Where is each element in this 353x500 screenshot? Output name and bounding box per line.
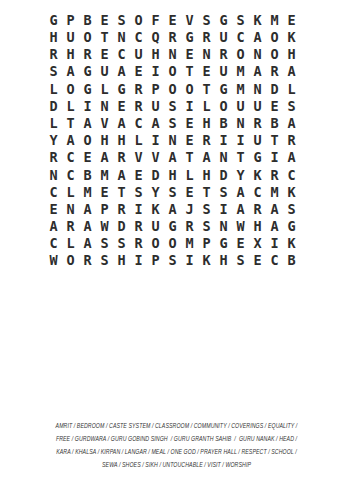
grid-cell: N	[96, 98, 113, 115]
grid-cell: O	[232, 46, 249, 63]
grid-cell: N	[198, 46, 215, 63]
grid-cell: T	[266, 132, 283, 149]
grid-cell: D	[147, 167, 164, 184]
grid-cell: H	[249, 218, 266, 235]
grid-cell: G	[215, 12, 232, 29]
grid-cell: L	[45, 81, 62, 98]
grid-cell: Y	[45, 132, 62, 149]
grid-cell: C	[45, 235, 62, 252]
grid-cell: R	[79, 46, 96, 63]
grid-cell: G	[164, 218, 181, 235]
grid-cell: T	[181, 64, 198, 81]
grid-cell: P	[96, 201, 113, 218]
grid-cell: I	[130, 201, 147, 218]
grid-cell: D	[215, 167, 232, 184]
grid-cell: S	[232, 253, 249, 270]
grid-cell: S	[164, 98, 181, 115]
grid-cell: I	[79, 98, 96, 115]
grid-cell: T	[198, 81, 215, 98]
grid-cell: J	[181, 201, 198, 218]
grid-cell: H	[113, 253, 130, 270]
grid-cell: A	[113, 115, 130, 132]
grid-cell: C	[113, 46, 130, 63]
grid-cell: E	[266, 98, 283, 115]
grid-cell: O	[164, 81, 181, 98]
grid-cell: U	[96, 64, 113, 81]
grid-cell: C	[266, 253, 283, 270]
grid-cell: Y	[232, 167, 249, 184]
grid-cell: N	[249, 81, 266, 98]
grid-cell: E	[232, 235, 249, 252]
grid-cell: I	[215, 201, 232, 218]
grid-cell: B	[215, 115, 232, 132]
grid-cell: O	[79, 29, 96, 46]
grid-cell: O	[164, 64, 181, 81]
grid-cell: H	[198, 115, 215, 132]
grid-cell: A	[96, 150, 113, 167]
grid-cell: E	[45, 201, 62, 218]
grid-cell: S	[164, 253, 181, 270]
grid-cell: A	[283, 150, 300, 167]
grid-cell: L	[45, 115, 62, 132]
grid-cell: A	[266, 218, 283, 235]
grid-cell: E	[181, 184, 198, 201]
grid-cell: L	[96, 81, 113, 98]
grid-cell: H	[147, 46, 164, 63]
grid-cell: E	[79, 150, 96, 167]
grid-cell: P	[147, 81, 164, 98]
grid-cell: E	[249, 253, 266, 270]
grid-cell: T	[181, 150, 198, 167]
word-list-line: KARA / KHALSA / KIRPAN / LANGAR / MEAL /…	[42, 445, 310, 458]
grid-cell: G	[215, 81, 232, 98]
grid-cell: M	[232, 64, 249, 81]
grid-cell: A	[62, 64, 79, 81]
grid-cell: L	[283, 81, 300, 98]
grid-cell: R	[198, 29, 215, 46]
grid-cell: G	[45, 12, 62, 29]
grid-cell: A	[283, 64, 300, 81]
grid-cell: O	[266, 46, 283, 63]
grid-cell: U	[249, 98, 266, 115]
grid-cell: N	[215, 150, 232, 167]
grid-cell: N	[45, 167, 62, 184]
word-list: AMRIT / BEDROOM / CASTE SYSTEM / CLASSRO…	[0, 419, 353, 471]
grid-cell: E	[130, 167, 147, 184]
grid-cell: A	[79, 235, 96, 252]
grid-cell: G	[79, 64, 96, 81]
grid-cell: U	[215, 64, 232, 81]
grid-cell: R	[249, 115, 266, 132]
grid-cell: U	[215, 29, 232, 46]
grid-cell: P	[147, 253, 164, 270]
grid-cell: O	[62, 81, 79, 98]
grid-cell: U	[130, 46, 147, 63]
grid-cell: R	[45, 46, 62, 63]
grid-cell: K	[283, 235, 300, 252]
grid-cell: T	[96, 29, 113, 46]
grid-cell: O	[130, 12, 147, 29]
grid-cell: Q	[147, 29, 164, 46]
grid-cell: E	[96, 46, 113, 63]
grid-cell: E	[181, 132, 198, 149]
grid-cell: K	[283, 29, 300, 46]
grid-cell: L	[62, 184, 79, 201]
grid-cell: E	[164, 12, 181, 29]
grid-cell: M	[79, 184, 96, 201]
word-list-line: FREE / GURDWARA / GURU GOBIND SINGH / GU…	[42, 432, 310, 445]
grid-cell: E	[283, 12, 300, 29]
grid-cell: O	[181, 81, 198, 98]
grid-cell: M	[266, 184, 283, 201]
grid-cell: O	[266, 29, 283, 46]
grid-cell: K	[249, 12, 266, 29]
grid-cell: G	[181, 29, 198, 46]
grid-cell: N	[249, 46, 266, 63]
grid-cell: O	[147, 235, 164, 252]
grid-cell: C	[45, 184, 62, 201]
grid-cell: R	[130, 218, 147, 235]
grid-cell: V	[130, 150, 147, 167]
grid-cell: K	[249, 167, 266, 184]
grid-cell: H	[164, 167, 181, 184]
grid-cell: R	[249, 201, 266, 218]
grid-cell: U	[147, 98, 164, 115]
grid-cell: N	[215, 218, 232, 235]
grid-cell: R	[113, 150, 130, 167]
grid-cell: P	[198, 235, 215, 252]
grid-cell: I	[130, 253, 147, 270]
grid-cell: W	[232, 218, 249, 235]
grid-cell: E	[113, 98, 130, 115]
grid-cell: M	[181, 235, 198, 252]
grid-cell: A	[113, 167, 130, 184]
grid-cell: S	[45, 64, 62, 81]
grid-cell: R	[266, 167, 283, 184]
grid-cell: D	[45, 98, 62, 115]
grid-cell: E	[96, 184, 113, 201]
grid-cell: G	[283, 218, 300, 235]
grid-cell: C	[130, 115, 147, 132]
grid-cell: H	[198, 167, 215, 184]
grid-cell: H	[283, 46, 300, 63]
grid-cell: U	[249, 132, 266, 149]
grid-cell: P	[62, 12, 79, 29]
grid-cell: A	[45, 218, 62, 235]
grid-cell: G	[79, 81, 96, 98]
grid-cell: W	[96, 218, 113, 235]
grid-cell: R	[113, 201, 130, 218]
grid-cell: M	[266, 12, 283, 29]
grid-cell: E	[198, 64, 215, 81]
grid-cell: A	[266, 201, 283, 218]
grid-cell: A	[249, 29, 266, 46]
grid-cell: R	[45, 150, 62, 167]
grid-cell: A	[249, 64, 266, 81]
grid-cell: U	[232, 98, 249, 115]
grid-cell: A	[113, 64, 130, 81]
grid-cell: S	[283, 98, 300, 115]
grid-cell: R	[79, 253, 96, 270]
grid-cell: R	[181, 218, 198, 235]
grid-cell: A	[164, 201, 181, 218]
grid-cell: C	[130, 29, 147, 46]
grid-cell: M	[232, 81, 249, 98]
grid-cell: R	[130, 235, 147, 252]
grid-cell: R	[62, 218, 79, 235]
grid-cell: E	[130, 64, 147, 81]
grid-cell: A	[79, 201, 96, 218]
grid-cell: K	[198, 253, 215, 270]
grid-cell: H	[96, 132, 113, 149]
grid-cell: U	[147, 218, 164, 235]
grid-cell: I	[181, 98, 198, 115]
grid-cell: H	[113, 132, 130, 149]
grid-cell: E	[181, 115, 198, 132]
grid-cell: E	[96, 12, 113, 29]
grid-cell: N	[164, 46, 181, 63]
grid-cell: D	[266, 81, 283, 98]
grid-cell: H	[45, 29, 62, 46]
grid-cell: O	[62, 253, 79, 270]
grid-cell: O	[79, 132, 96, 149]
grid-cell: L	[198, 98, 215, 115]
grid-cell: T	[113, 184, 130, 201]
grid-cell: G	[113, 81, 130, 98]
grid-cell: B	[79, 167, 96, 184]
grid-cell: C	[232, 29, 249, 46]
grid-cell: R	[130, 81, 147, 98]
grid-cell: V	[147, 150, 164, 167]
grid-cell: S	[198, 201, 215, 218]
grid-cell: L	[62, 98, 79, 115]
grid-cell: I	[266, 235, 283, 252]
grid-cell: S	[96, 235, 113, 252]
grid-cell: C	[62, 150, 79, 167]
grid-cell: U	[62, 29, 79, 46]
grid-cell: S	[283, 201, 300, 218]
grid-cell: R	[266, 64, 283, 81]
grid-cell: L	[181, 167, 198, 184]
grid-cell: A	[198, 150, 215, 167]
grid-cell: S	[232, 12, 249, 29]
grid-cell: I	[232, 132, 249, 149]
grid-cell: Y	[147, 184, 164, 201]
grid-cell: L	[62, 235, 79, 252]
grid-cell: S	[164, 115, 181, 132]
grid-cell: H	[215, 253, 232, 270]
grid-cell: K	[283, 184, 300, 201]
grid-cell: S	[164, 184, 181, 201]
grid-cell: I	[181, 253, 198, 270]
grid-cell: A	[232, 201, 249, 218]
grid-cell: G	[215, 235, 232, 252]
grid-cell: L	[130, 132, 147, 149]
grid-cell: B	[79, 12, 96, 29]
grid-cell: R	[164, 29, 181, 46]
grid-cell: N	[232, 115, 249, 132]
grid-cell: A	[62, 132, 79, 149]
grid-cell: I	[147, 64, 164, 81]
grid-cell: B	[283, 253, 300, 270]
grid-cell: N	[113, 29, 130, 46]
grid-cell: S	[113, 235, 130, 252]
grid-cell: I	[147, 132, 164, 149]
grid-cell: K	[147, 201, 164, 218]
grid-cell: R	[130, 98, 147, 115]
grid-cell: T	[62, 115, 79, 132]
word-search-grid: GPBESOFEVSGSKMEHUOTNCQRGRUCAOKRHRECUHNEN…	[45, 12, 300, 270]
grid-cell: V	[96, 115, 113, 132]
grid-cell: D	[113, 218, 130, 235]
grid-cell: O	[215, 98, 232, 115]
word-list-line: AMRIT / BEDROOM / CASTE SYSTEM / CLASSRO…	[42, 419, 310, 432]
grid-cell: S	[96, 253, 113, 270]
grid-cell: N	[164, 132, 181, 149]
grid-cell: W	[45, 253, 62, 270]
grid-cell: O	[164, 235, 181, 252]
grid-cell: S	[113, 12, 130, 29]
grid-cell: C	[283, 167, 300, 184]
grid-cell: I	[266, 150, 283, 167]
grid-cell: S	[130, 184, 147, 201]
grid-cell: R	[198, 132, 215, 149]
word-search-page: GPBESOFEVSGSKMEHUOTNCQRGRUCAOKRHRECUHNEN…	[0, 0, 353, 500]
grid-cell: M	[96, 167, 113, 184]
grid-cell: F	[147, 12, 164, 29]
grid-cell: R	[215, 46, 232, 63]
grid-cell: C	[62, 167, 79, 184]
grid-cell: A	[164, 150, 181, 167]
grid-cell: X	[249, 235, 266, 252]
word-list-line: SEWA / SHOES / SIKH / UNTOUCHABLE / VISI…	[42, 458, 310, 471]
grid-cell: V	[181, 12, 198, 29]
grid-cell: A	[79, 218, 96, 235]
grid-cell: T	[198, 184, 215, 201]
grid-cell: A	[283, 115, 300, 132]
grid-cell: A	[79, 115, 96, 132]
grid-cell: T	[232, 150, 249, 167]
grid-cell: G	[249, 150, 266, 167]
grid-cell: B	[266, 115, 283, 132]
grid-cell: C	[249, 184, 266, 201]
grid-cell: A	[232, 184, 249, 201]
grid-cell: A	[147, 115, 164, 132]
grid-cell: I	[215, 132, 232, 149]
grid-cell: N	[62, 201, 79, 218]
grid-cell: S	[198, 12, 215, 29]
grid-cell: E	[181, 46, 198, 63]
grid-cell: H	[62, 46, 79, 63]
grid-cell: S	[198, 218, 215, 235]
grid-cell: S	[215, 184, 232, 201]
grid-cell: R	[283, 132, 300, 149]
